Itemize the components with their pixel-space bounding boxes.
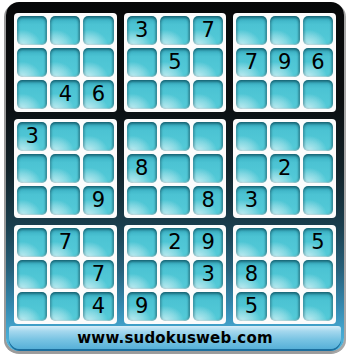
cell-r2c4[interactable]	[127, 48, 157, 77]
cell-r6c4[interactable]	[127, 186, 157, 215]
cell-r3c6[interactable]	[193, 80, 223, 109]
cell-r2c9: 6	[303, 48, 333, 77]
cell-r2c3[interactable]	[83, 48, 113, 77]
block-3-2: 2939	[124, 225, 227, 324]
cell-r8c3: 7	[83, 260, 113, 289]
cell-r5c4: 8	[127, 154, 157, 183]
cell-r6c3: 9	[83, 186, 113, 215]
cell-r3c7[interactable]	[236, 80, 266, 109]
cell-r4c1: 3	[17, 122, 47, 151]
cell-r5c6[interactable]	[193, 154, 223, 183]
cell-r4c7[interactable]	[236, 122, 266, 151]
cell-r3c8[interactable]	[270, 80, 300, 109]
cell-r6c2[interactable]	[50, 186, 80, 215]
cell-r1c7[interactable]	[236, 16, 266, 45]
cell-r9c2[interactable]	[50, 292, 80, 321]
cell-r7c3[interactable]	[83, 228, 113, 257]
cell-r9c1[interactable]	[17, 292, 47, 321]
cell-r7c4[interactable]	[127, 228, 157, 257]
block-2-2: 88	[124, 119, 227, 218]
cell-r9c9	[303, 292, 333, 321]
block-1-1: 46	[14, 13, 117, 112]
cell-r5c9[interactable]	[303, 154, 333, 183]
cell-r1c9[interactable]	[303, 16, 333, 45]
cell-r3c1[interactable]	[17, 80, 47, 109]
cell-r9c7: 5	[236, 292, 266, 321]
cell-r3c5[interactable]	[160, 80, 190, 109]
cell-r2c2[interactable]	[50, 48, 80, 77]
cell-r9c4: 9	[127, 292, 157, 321]
cell-r7c5: 2	[160, 228, 190, 257]
cell-r3c3: 6	[83, 80, 113, 109]
cell-r6c9[interactable]	[303, 186, 333, 215]
block-3-1: 774	[14, 225, 117, 324]
cell-r8c1[interactable]	[17, 260, 47, 289]
cell-r6c6: 8	[193, 186, 223, 215]
cell-r9c3: 4	[83, 292, 113, 321]
block-1-3: 796	[233, 13, 336, 112]
cell-r8c4[interactable]	[127, 260, 157, 289]
cell-r7c8[interactable]	[270, 228, 300, 257]
cell-r2c1[interactable]	[17, 48, 47, 77]
cell-r4c9[interactable]	[303, 122, 333, 151]
cell-r1c5[interactable]	[160, 16, 190, 45]
cell-r4c4[interactable]	[127, 122, 157, 151]
cell-r2c6[interactable]	[193, 48, 223, 77]
cell-r2c8: 9	[270, 48, 300, 77]
cell-r5c3[interactable]	[83, 154, 113, 183]
cell-r6c7: 3	[236, 186, 266, 215]
cell-r6c5[interactable]	[160, 186, 190, 215]
cell-r5c8: 2	[270, 154, 300, 183]
cell-r8c8[interactable]	[270, 260, 300, 289]
cell-r4c3[interactable]	[83, 122, 113, 151]
cell-r1c4: 3	[127, 16, 157, 45]
cell-r3c2: 4	[50, 80, 80, 109]
sudoku-board: 463757963988237742939585 www.sudokusweb.…	[6, 2, 344, 351]
cell-r1c1[interactable]	[17, 16, 47, 45]
cell-r4c5[interactable]	[160, 122, 190, 151]
cell-r9c5[interactable]	[160, 292, 190, 321]
cell-r3c9[interactable]	[303, 80, 333, 109]
cell-r4c6[interactable]	[193, 122, 223, 151]
cell-r7c9: 5	[303, 228, 333, 257]
site-url: www.sudokusweb.com	[77, 329, 272, 347]
cell-r5c7[interactable]	[236, 154, 266, 183]
cell-r7c1[interactable]	[17, 228, 47, 257]
cell-r4c8[interactable]	[270, 122, 300, 151]
cell-r5c5[interactable]	[160, 154, 190, 183]
cell-r8c6: 3	[193, 260, 223, 289]
cell-r8c9[interactable]	[303, 260, 333, 289]
cell-r5c2[interactable]	[50, 154, 80, 183]
cell-r2c5: 5	[160, 48, 190, 77]
site-footer: www.sudokusweb.com	[9, 326, 341, 349]
cell-r6c1[interactable]	[17, 186, 47, 215]
block-3-3: 585	[233, 225, 336, 324]
cell-r8c5[interactable]	[160, 260, 190, 289]
cell-r4c2[interactable]	[50, 122, 80, 151]
cell-r6c8[interactable]	[270, 186, 300, 215]
cell-r2c7: 7	[236, 48, 266, 77]
cell-r7c7[interactable]	[236, 228, 266, 257]
cell-r1c3[interactable]	[83, 16, 113, 45]
cell-r1c6: 7	[193, 16, 223, 45]
block-2-1: 39	[14, 119, 117, 218]
cell-r3c4[interactable]	[127, 80, 157, 109]
block-2-3: 23	[233, 119, 336, 218]
cell-r5c1[interactable]	[17, 154, 47, 183]
cell-r1c2[interactable]	[50, 16, 80, 45]
cell-r9c6[interactable]	[193, 292, 223, 321]
cell-r1c8[interactable]	[270, 16, 300, 45]
cell-r8c7: 8	[236, 260, 266, 289]
cell-r9c8[interactable]	[270, 292, 300, 321]
board-blocks: 463757963988237742939585	[14, 13, 336, 324]
cell-r7c6: 9	[193, 228, 223, 257]
cell-r7c2: 7	[50, 228, 80, 257]
block-1-2: 375	[124, 13, 227, 112]
cell-r8c2[interactable]	[50, 260, 80, 289]
